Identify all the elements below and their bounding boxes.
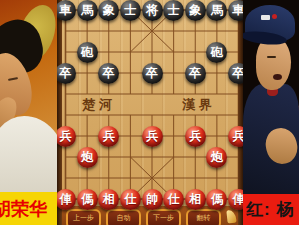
auto-play-button[interactable]: 自动	[106, 209, 141, 225]
piece-black-soldier[interactable]: 卒	[185, 63, 206, 84]
river-label-right: 漢界	[182, 96, 216, 114]
piece-red-cannon[interactable]: 炮	[77, 147, 98, 168]
piece-black-horse[interactable]: 馬	[77, 0, 98, 21]
piece-black-cannon[interactable]: 砲	[206, 42, 227, 63]
piece-red-soldier[interactable]: 兵	[228, 126, 243, 147]
next-move-button[interactable]: 下一步	[146, 209, 181, 225]
piece-black-soldier[interactable]: 卒	[142, 63, 163, 84]
left-player-name: 胡荣华	[0, 197, 47, 221]
piece-black-general[interactable]: 将	[142, 0, 163, 21]
piece-black-chariot[interactable]: 車	[228, 0, 243, 21]
piece-red-cannon[interactable]: 炮	[206, 147, 227, 168]
flip-board-button[interactable]: 翻转	[186, 209, 221, 225]
cap-logo	[261, 15, 270, 20]
piece-black-soldier[interactable]: 卒	[228, 63, 243, 84]
piece-red-soldier[interactable]: 兵	[142, 126, 163, 147]
right-player-eye	[267, 56, 276, 58]
xiangqi-board[interactable]: 楚河 漢界 車馬象士将士象馬車砲砲卒卒卒卒卒兵兵兵兵兵炮炮俥傌相仕帥仕相傌俥 上…	[57, 0, 243, 225]
piece-red-elephant[interactable]: 相	[98, 189, 119, 210]
left-player-banner: 胡荣华	[0, 192, 57, 225]
cap-logo-dot	[272, 14, 277, 19]
piece-red-horse[interactable]: 傌	[77, 189, 98, 210]
piece-black-horse[interactable]: 馬	[206, 0, 227, 21]
piece-black-advisor[interactable]: 士	[120, 0, 141, 21]
right-player-mouth	[273, 74, 282, 80]
piece-red-chariot[interactable]: 俥	[228, 189, 243, 210]
piece-red-advisor[interactable]: 仕	[120, 189, 141, 210]
left-player-photo: 胡荣华	[0, 0, 57, 225]
piece-red-horse[interactable]: 傌	[206, 189, 227, 210]
piece-black-advisor[interactable]: 士	[163, 0, 184, 21]
piece-black-elephant[interactable]: 象	[98, 0, 119, 21]
right-player-name: 红: 杨	[243, 198, 294, 221]
piece-red-general[interactable]: 帥	[142, 189, 163, 210]
piece-black-chariot[interactable]: 車	[57, 0, 76, 21]
piece-red-soldier[interactable]: 兵	[57, 126, 76, 147]
prev-move-button[interactable]: 上一步	[66, 209, 101, 225]
screenshot-root: 胡荣华	[0, 0, 299, 225]
piece-black-soldier[interactable]: 卒	[98, 63, 119, 84]
piece-black-soldier[interactable]: 卒	[57, 63, 76, 84]
piece-red-chariot[interactable]: 俥	[57, 189, 76, 210]
river-label-left: 楚河	[82, 96, 116, 114]
piece-black-elephant[interactable]: 象	[185, 0, 206, 21]
piece-red-soldier[interactable]: 兵	[98, 126, 119, 147]
piece-red-advisor[interactable]: 仕	[163, 189, 184, 210]
piece-black-cannon[interactable]: 砲	[77, 42, 98, 63]
right-player-photo: 红: 杨	[243, 0, 299, 225]
piece-red-soldier[interactable]: 兵	[185, 126, 206, 147]
right-player-banner: 红: 杨	[243, 194, 299, 225]
piece-red-elephant[interactable]: 相	[185, 189, 206, 210]
